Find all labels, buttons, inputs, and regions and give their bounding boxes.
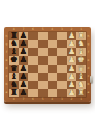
white-rook: ♜ bbox=[78, 88, 85, 96]
white-pawn: ♟ bbox=[68, 88, 75, 96]
latch-clasp bbox=[90, 76, 93, 83]
square-c4 bbox=[48, 73, 58, 81]
square-g6 bbox=[28, 40, 38, 48]
square-f3 bbox=[57, 48, 67, 56]
square-h5 bbox=[38, 32, 48, 40]
square-f6 bbox=[28, 48, 38, 56]
square-a1: ♜ bbox=[76, 89, 86, 97]
square-d6 bbox=[28, 65, 38, 73]
square-h6 bbox=[28, 32, 38, 40]
square-d3 bbox=[57, 65, 67, 73]
square-f4 bbox=[48, 48, 58, 56]
square-c3 bbox=[57, 73, 67, 81]
square-e3 bbox=[57, 56, 67, 64]
file-label-h: h bbox=[86, 32, 91, 40]
square-e5 bbox=[38, 56, 48, 64]
square-e6 bbox=[28, 56, 38, 64]
coords-right: hgfedcba bbox=[86, 32, 91, 97]
file-label-f: f bbox=[86, 48, 91, 56]
square-a7: ♟ bbox=[19, 89, 29, 97]
file-label-e: e bbox=[86, 56, 91, 64]
file-label-d: d bbox=[86, 65, 91, 73]
file-label-a: a bbox=[86, 89, 91, 97]
square-d4 bbox=[48, 65, 58, 73]
square-a5 bbox=[38, 89, 48, 97]
square-g5 bbox=[38, 40, 48, 48]
square-h3 bbox=[57, 32, 67, 40]
file-label-g: g bbox=[86, 40, 91, 48]
square-b3 bbox=[57, 81, 67, 89]
square-d5 bbox=[38, 65, 48, 73]
square-g3 bbox=[57, 40, 67, 48]
square-b6 bbox=[28, 81, 38, 89]
square-a3 bbox=[57, 89, 67, 97]
square-b5 bbox=[38, 81, 48, 89]
square-h4 bbox=[48, 32, 58, 40]
chess-set-photo: 87654321 87654321 hgfedcba hgfedcba ♜♟♟♜… bbox=[0, 0, 95, 126]
black-rook: ♜ bbox=[10, 88, 17, 96]
board-shadow bbox=[6, 99, 89, 103]
square-a6 bbox=[28, 89, 38, 97]
black-pawn: ♟ bbox=[20, 88, 27, 96]
square-a2: ♟ bbox=[67, 89, 77, 97]
square-c5 bbox=[38, 73, 48, 81]
chess-board-frame: 87654321 87654321 hgfedcba hgfedcba ♜♟♟♜… bbox=[4, 27, 91, 102]
square-b4 bbox=[48, 81, 58, 89]
square-a4 bbox=[48, 89, 58, 97]
square-e4 bbox=[48, 56, 58, 64]
square-f5 bbox=[38, 48, 48, 56]
square-a8: ♜ bbox=[9, 89, 19, 97]
square-c6 bbox=[28, 73, 38, 81]
board-grid: ♜♟♟♜♞♟♟♞♝♟♟♝♚♟♟♚♛♟♟♛♝♟♟♝♞♟♟♞♜♟♟♜ bbox=[9, 32, 86, 97]
square-g4 bbox=[48, 40, 58, 48]
